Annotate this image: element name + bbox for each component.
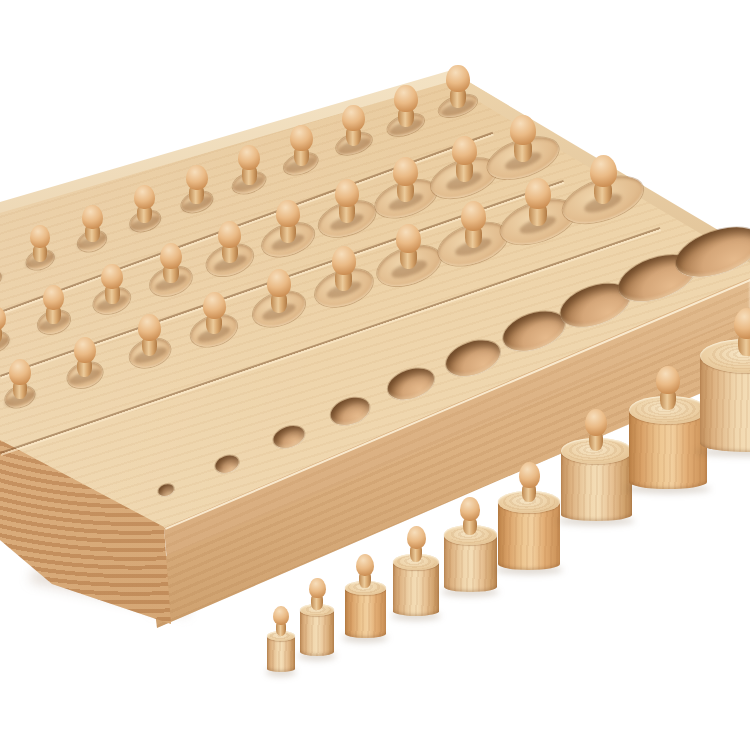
knob-head (734, 308, 750, 339)
knob-head (510, 115, 536, 145)
cylinder-knob-second-10 (510, 115, 536, 162)
loose-cylinder-2 (300, 578, 334, 656)
knob-head (585, 409, 607, 436)
knob-head (82, 205, 103, 229)
loose-cylinder-5 (444, 497, 497, 592)
loose-cylinder-knob-8 (656, 366, 680, 410)
knob-head (356, 554, 374, 576)
knob-head (138, 314, 161, 341)
cylinder-knob-third-5 (267, 269, 291, 313)
cylinder-body (267, 636, 295, 672)
cylinder-knob-second-3 (101, 264, 123, 304)
knob-head (43, 285, 65, 310)
knob-head (160, 243, 183, 269)
cylinder-knob-back-10 (446, 65, 470, 108)
knob-head (267, 269, 291, 297)
knob-head (335, 179, 359, 207)
loose-cylinder-6 (498, 462, 560, 570)
knob-head (273, 606, 289, 625)
cylinder-knob-second-5 (218, 221, 241, 263)
loose-cylinder-knob-7 (585, 409, 607, 451)
knob-head (407, 526, 426, 549)
cylinder-knob-second-7 (335, 179, 359, 223)
loose-cylinder-knob-5 (460, 497, 480, 535)
loose-cylinder-8 (629, 366, 707, 489)
loose-cylinder-7 (561, 409, 632, 521)
knob-head (0, 306, 6, 330)
cylinder-knob-third-3 (138, 314, 161, 356)
knob-head (186, 165, 208, 190)
knob-head (393, 157, 418, 186)
cylinder-knob-second-6 (276, 200, 300, 243)
knob-head (519, 462, 540, 488)
knob-head (590, 155, 617, 186)
loose-cylinder-knob-2 (309, 578, 326, 610)
cylinder-knob-third-8 (461, 201, 487, 248)
knob-head (30, 225, 50, 249)
cylinder-knob-second-8 (393, 157, 418, 202)
product-photo-scene (0, 0, 750, 750)
cylinder-knob-back-3 (82, 205, 103, 243)
cylinder-knob-third-7 (396, 224, 421, 270)
cylinder-knob-second-9 (452, 136, 477, 182)
knob-head (290, 125, 313, 151)
loose-cylinder-knob-9 (734, 308, 750, 356)
cylinder-knob-back-8 (342, 105, 365, 147)
knob-head (134, 185, 155, 210)
cylinder-knob-back-9 (394, 85, 418, 127)
knob-head (9, 359, 31, 384)
cylinder-knob-third-4 (203, 292, 227, 335)
knob-head (203, 292, 227, 319)
loose-cylinder-4 (393, 526, 439, 616)
cylinder-knob-back-4 (134, 185, 155, 223)
cylinder-knob-second-2 (43, 285, 65, 324)
knob-head (452, 136, 477, 165)
cylinder-knob-third-2 (74, 337, 97, 378)
cylinder-knob-back-6 (238, 145, 260, 185)
cylinder-knob-second-4 (160, 243, 183, 284)
knob-head (396, 224, 421, 253)
knob-head (394, 85, 418, 112)
knob-head (332, 246, 357, 275)
cylinder-knob-third-10 (590, 155, 617, 204)
knob-head (74, 337, 97, 363)
knob-head (101, 264, 123, 289)
loose-cylinder-1 (267, 606, 295, 672)
loose-cylinder-knob-4 (407, 526, 426, 562)
loose-cylinder-knob-6 (519, 462, 540, 502)
knob-head (656, 366, 680, 394)
knob-head (309, 578, 326, 598)
knob-head (218, 221, 241, 248)
cylinder-knob-third-6 (332, 246, 357, 291)
knob-head (525, 178, 551, 208)
knob-head (460, 497, 480, 521)
cylinder-body (393, 562, 439, 616)
knob-head (238, 145, 260, 171)
knob-head (461, 201, 487, 231)
knob-head (446, 65, 470, 93)
cylinder-body (300, 610, 334, 656)
cylinder-knob-back-2 (30, 225, 50, 262)
loose-cylinder-9 (700, 308, 750, 452)
cylinder-body (345, 588, 386, 638)
knob-head (342, 105, 365, 132)
cylinder-knob-back-7 (290, 125, 313, 166)
cylinder-knob-third-9 (525, 178, 551, 226)
cylinder-knob-third-1 (9, 359, 31, 399)
loose-cylinder-knob-3 (356, 554, 374, 588)
loose-cylinder-3 (345, 554, 386, 638)
cylinder-knob-second-1 (0, 306, 6, 344)
cylinder-knob-back-5 (186, 165, 208, 204)
knob-head (276, 200, 300, 227)
loose-cylinder-knob-1 (273, 606, 289, 636)
